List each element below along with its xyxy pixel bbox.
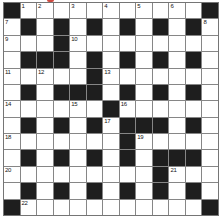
letter-cell[interactable] [87, 3, 103, 18]
letter-cell[interactable] [153, 3, 169, 18]
letter-cell[interactable]: 16 [120, 101, 136, 116]
letter-cell[interactable] [186, 3, 202, 18]
letter-cell[interactable] [153, 69, 169, 84]
letter-cell[interactable] [37, 183, 53, 198]
letter-cell[interactable] [153, 36, 169, 51]
letter-cell[interactable] [87, 200, 103, 215]
blocked-cell [87, 19, 103, 34]
clue-number: 11 [5, 69, 11, 76]
letter-cell[interactable] [70, 183, 86, 198]
letter-cell[interactable] [87, 167, 103, 182]
letter-cell[interactable] [37, 150, 53, 165]
blocked-cell [186, 19, 202, 34]
letter-cell[interactable] [169, 134, 185, 149]
letter-cell[interactable]: 14 [4, 101, 20, 116]
letter-cell[interactable] [202, 52, 218, 67]
letter-cell[interactable] [21, 36, 37, 51]
letter-cell[interactable] [136, 85, 152, 100]
letter-cell[interactable] [136, 69, 152, 84]
letter-cell[interactable] [21, 134, 37, 149]
blocked-cell [54, 183, 70, 198]
letter-cell[interactable] [153, 134, 169, 149]
blocked-cell [169, 150, 185, 165]
letter-cell[interactable] [169, 85, 185, 100]
letter-cell[interactable] [136, 183, 152, 198]
letter-cell[interactable] [87, 134, 103, 149]
letter-cell[interactable] [186, 36, 202, 51]
letter-cell[interactable]: 11 [4, 69, 20, 84]
letter-cell[interactable] [136, 36, 152, 51]
letter-cell[interactable] [70, 200, 86, 215]
letter-cell[interactable] [37, 134, 53, 149]
letter-cell[interactable] [103, 200, 119, 215]
blocked-cell [21, 183, 37, 198]
clue-number: 18 [5, 134, 11, 141]
blocked-cell [153, 183, 169, 198]
letter-cell[interactable] [136, 167, 152, 182]
blocked-cell [21, 19, 37, 34]
blocked-cell [120, 19, 136, 34]
blocked-cell [153, 85, 169, 100]
letter-cell[interactable] [87, 101, 103, 116]
blocked-cell [54, 36, 70, 51]
blocked-cell [87, 52, 103, 67]
letter-cell[interactable] [136, 19, 152, 34]
letter-cell[interactable] [202, 69, 218, 84]
letter-cell[interactable] [153, 101, 169, 116]
letter-cell[interactable] [186, 101, 202, 116]
letter-cell[interactable]: 6 [169, 3, 185, 18]
letter-cell[interactable] [37, 19, 53, 34]
blocked-cell [153, 167, 169, 182]
crossword-grid: 12345678910111213141516171819202122 [3, 2, 219, 216]
letter-cell[interactable] [202, 118, 218, 133]
letter-cell[interactable] [136, 101, 152, 116]
blocked-cell [186, 52, 202, 67]
letter-cell[interactable] [54, 3, 70, 18]
blocked-cell [70, 85, 86, 100]
letter-cell[interactable] [136, 52, 152, 67]
letter-cell[interactable] [21, 69, 37, 84]
letter-cell[interactable] [153, 200, 169, 215]
letter-cell[interactable] [37, 118, 53, 133]
letter-cell[interactable] [54, 134, 70, 149]
blocked-cell [21, 52, 37, 67]
letter-cell[interactable] [70, 134, 86, 149]
letter-cell[interactable] [120, 69, 136, 84]
letter-cell[interactable] [103, 36, 119, 51]
letter-cell[interactable]: 8 [202, 19, 218, 34]
blocked-cell [103, 101, 119, 116]
letter-cell[interactable] [4, 52, 20, 67]
letter-cell[interactable] [169, 52, 185, 67]
blocked-cell [54, 19, 70, 34]
letter-cell[interactable]: 20 [4, 167, 20, 182]
clue-number: 14 [5, 101, 11, 108]
letter-cell[interactable] [37, 167, 53, 182]
letter-cell[interactable] [202, 101, 218, 116]
blocked-cell [186, 183, 202, 198]
letter-cell[interactable] [70, 118, 86, 133]
letter-cell[interactable] [202, 150, 218, 165]
clue-number: 1 [22, 3, 25, 10]
letter-cell[interactable] [202, 183, 218, 198]
letter-cell[interactable] [186, 200, 202, 215]
blocked-cell [186, 150, 202, 165]
letter-cell[interactable]: 5 [136, 3, 152, 18]
letter-cell[interactable] [169, 101, 185, 116]
blocked-cell [120, 150, 136, 165]
letter-cell[interactable] [186, 134, 202, 149]
clue-number: 9 [5, 36, 8, 43]
clue-number: 7 [5, 19, 8, 26]
letter-cell[interactable]: 22 [21, 200, 37, 215]
letter-cell[interactable] [70, 167, 86, 182]
blocked-cell [87, 118, 103, 133]
letter-cell[interactable]: 17 [103, 118, 119, 133]
blocked-cell [4, 3, 20, 18]
blocked-cell [54, 118, 70, 133]
blocked-cell [153, 150, 169, 165]
letter-cell[interactable]: 12 [37, 69, 53, 84]
letter-cell[interactable] [169, 118, 185, 133]
clue-number: 20 [5, 167, 11, 174]
clue-number: 6 [170, 3, 173, 10]
letter-cell[interactable] [103, 19, 119, 34]
blocked-cell [120, 134, 136, 149]
blocked-cell [120, 183, 136, 198]
letter-cell[interactable] [120, 3, 136, 18]
letter-cell[interactable] [136, 150, 152, 165]
letter-cell[interactable] [103, 52, 119, 67]
letter-cell[interactable] [87, 36, 103, 51]
letter-cell[interactable] [70, 19, 86, 34]
clue-number: 13 [104, 69, 110, 76]
letter-cell[interactable] [202, 167, 218, 182]
blocked-cell [54, 150, 70, 165]
letter-cell[interactable] [4, 183, 20, 198]
letter-cell[interactable]: 1 [21, 3, 37, 18]
letter-cell[interactable]: 15 [70, 101, 86, 116]
clue-number: 5 [137, 3, 140, 10]
letter-cell[interactable] [186, 69, 202, 84]
clue-number: 15 [71, 101, 77, 108]
letter-cell[interactable] [169, 36, 185, 51]
blocked-cell [202, 3, 218, 18]
blocked-cell [21, 150, 37, 165]
letter-cell[interactable] [70, 52, 86, 67]
letter-cell[interactable]: 13 [103, 69, 119, 84]
blocked-cell [87, 85, 103, 100]
clue-number: 21 [170, 167, 176, 174]
clue-number: 17 [104, 118, 110, 125]
letter-cell[interactable] [120, 36, 136, 51]
letter-cell[interactable]: 7 [4, 19, 20, 34]
letter-cell[interactable] [4, 85, 20, 100]
letter-cell[interactable] [186, 167, 202, 182]
blocked-cell [87, 183, 103, 198]
blocked-cell [120, 52, 136, 67]
blocked-cell [202, 200, 218, 215]
blocked-cell [87, 69, 103, 84]
letter-cell[interactable] [70, 150, 86, 165]
letter-cell[interactable] [120, 200, 136, 215]
letter-cell[interactable] [21, 167, 37, 182]
letter-cell[interactable] [37, 200, 53, 215]
letter-cell[interactable] [54, 101, 70, 116]
letter-cell[interactable]: 10 [70, 36, 86, 51]
letter-cell[interactable] [103, 150, 119, 165]
clue-number: 10 [71, 36, 77, 43]
blocked-cell [21, 85, 37, 100]
clue-number: 12 [38, 69, 44, 76]
letter-cell[interactable] [103, 167, 119, 182]
letter-cell[interactable] [202, 134, 218, 149]
letter-cell[interactable] [54, 200, 70, 215]
letter-cell[interactable] [37, 85, 53, 100]
blocked-cell [21, 118, 37, 133]
letter-cell[interactable] [169, 183, 185, 198]
letter-cell[interactable] [70, 69, 86, 84]
letter-cell[interactable] [202, 85, 218, 100]
clue-number: 4 [104, 3, 107, 10]
letter-cell[interactable]: 4 [103, 3, 119, 18]
clue-number: 22 [22, 200, 28, 207]
blocked-cell [153, 118, 169, 133]
letter-cell[interactable]: 19 [136, 134, 152, 149]
letter-cell[interactable] [4, 150, 20, 165]
blocked-cell [4, 200, 20, 215]
letter-cell[interactable] [202, 36, 218, 51]
letter-cell[interactable] [120, 167, 136, 182]
letter-cell[interactable] [169, 19, 185, 34]
blocked-cell [153, 52, 169, 67]
blocked-cell [120, 118, 136, 133]
letter-cell[interactable] [103, 85, 119, 100]
blocked-cell [37, 52, 53, 67]
blocked-cell [54, 85, 70, 100]
blocked-cell [87, 150, 103, 165]
letter-cell[interactable] [54, 167, 70, 182]
blocked-cell [186, 118, 202, 133]
letter-cell[interactable]: 3 [70, 3, 86, 18]
letter-cell[interactable] [37, 36, 53, 51]
blocked-cell [153, 19, 169, 34]
blocked-cell [136, 118, 152, 133]
letter-cell[interactable]: 18 [4, 134, 20, 149]
blocked-cell [120, 85, 136, 100]
letter-cell[interactable] [21, 101, 37, 116]
letter-cell[interactable]: 21 [169, 167, 185, 182]
letter-cell[interactable] [37, 101, 53, 116]
clue-number: 19 [137, 134, 143, 141]
clue-number: 16 [121, 101, 127, 108]
clue-number: 3 [71, 3, 74, 10]
letter-cell[interactable] [136, 200, 152, 215]
letter-cell[interactable] [103, 183, 119, 198]
letter-cell[interactable] [169, 69, 185, 84]
clue-number: 2 [38, 3, 41, 10]
letter-cell[interactable] [169, 200, 185, 215]
letter-cell[interactable] [103, 134, 119, 149]
blocked-cell [54, 52, 70, 67]
letter-cell[interactable]: 2 [37, 3, 53, 18]
letter-cell[interactable] [4, 118, 20, 133]
clue-number: 8 [203, 19, 206, 26]
blocked-cell [186, 85, 202, 100]
letter-cell[interactable]: 9 [4, 36, 20, 51]
letter-cell[interactable] [54, 69, 70, 84]
